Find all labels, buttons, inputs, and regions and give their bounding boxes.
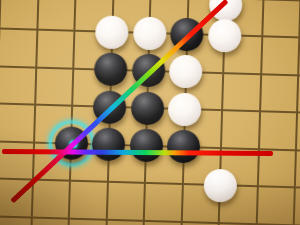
white-stone xyxy=(168,92,202,126)
white-stone xyxy=(132,16,166,50)
grid-line-vertical xyxy=(255,0,265,225)
grid-line-vertical xyxy=(30,0,40,225)
white-stone xyxy=(169,55,203,89)
white-stone xyxy=(95,15,129,49)
black-stone xyxy=(130,91,164,125)
grid-line-vertical xyxy=(67,0,77,225)
white-stone xyxy=(207,18,241,52)
black-stone xyxy=(129,128,163,162)
black-stone xyxy=(167,130,201,164)
black-stone xyxy=(92,127,126,161)
grid-line-vertical xyxy=(0,0,2,225)
gomoku-board-screenshot xyxy=(0,0,300,225)
goban-grid[interactable] xyxy=(0,0,300,225)
white-stone xyxy=(203,168,237,202)
black-stone xyxy=(94,52,128,86)
grid-line-horizontal xyxy=(0,177,300,189)
